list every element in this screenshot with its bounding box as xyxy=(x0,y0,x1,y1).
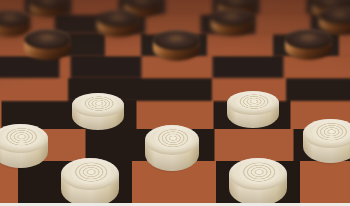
board-row-band-4 xyxy=(0,77,350,101)
checker-piece-white[interactable] xyxy=(72,93,124,142)
checkers-board-photo xyxy=(0,0,350,206)
piece-top xyxy=(153,30,200,50)
piece-top xyxy=(61,158,119,190)
checker-piece-white[interactable] xyxy=(61,158,119,206)
piece-top xyxy=(229,158,287,190)
checker-piece-white[interactable] xyxy=(0,124,48,183)
checker-piece-dark[interactable] xyxy=(24,29,71,70)
piece-top xyxy=(97,10,139,27)
piece-top xyxy=(145,125,199,155)
piece-top xyxy=(285,29,332,49)
checker-piece-dark[interactable] xyxy=(97,10,139,46)
checker-piece-white[interactable] xyxy=(145,125,199,186)
piece-top xyxy=(227,91,279,115)
checker-piece-dark[interactable] xyxy=(211,9,253,45)
checker-piece-white[interactable] xyxy=(229,158,287,206)
checker-piece-dark[interactable] xyxy=(30,0,66,24)
checker-piece-white[interactable] xyxy=(227,91,279,140)
checker-piece-dark[interactable] xyxy=(285,29,332,70)
piece-top xyxy=(72,93,124,117)
checker-piece-white[interactable] xyxy=(303,119,350,178)
checker-piece-dark[interactable] xyxy=(153,30,200,71)
piece-top xyxy=(211,9,253,26)
piece-top xyxy=(24,29,71,49)
